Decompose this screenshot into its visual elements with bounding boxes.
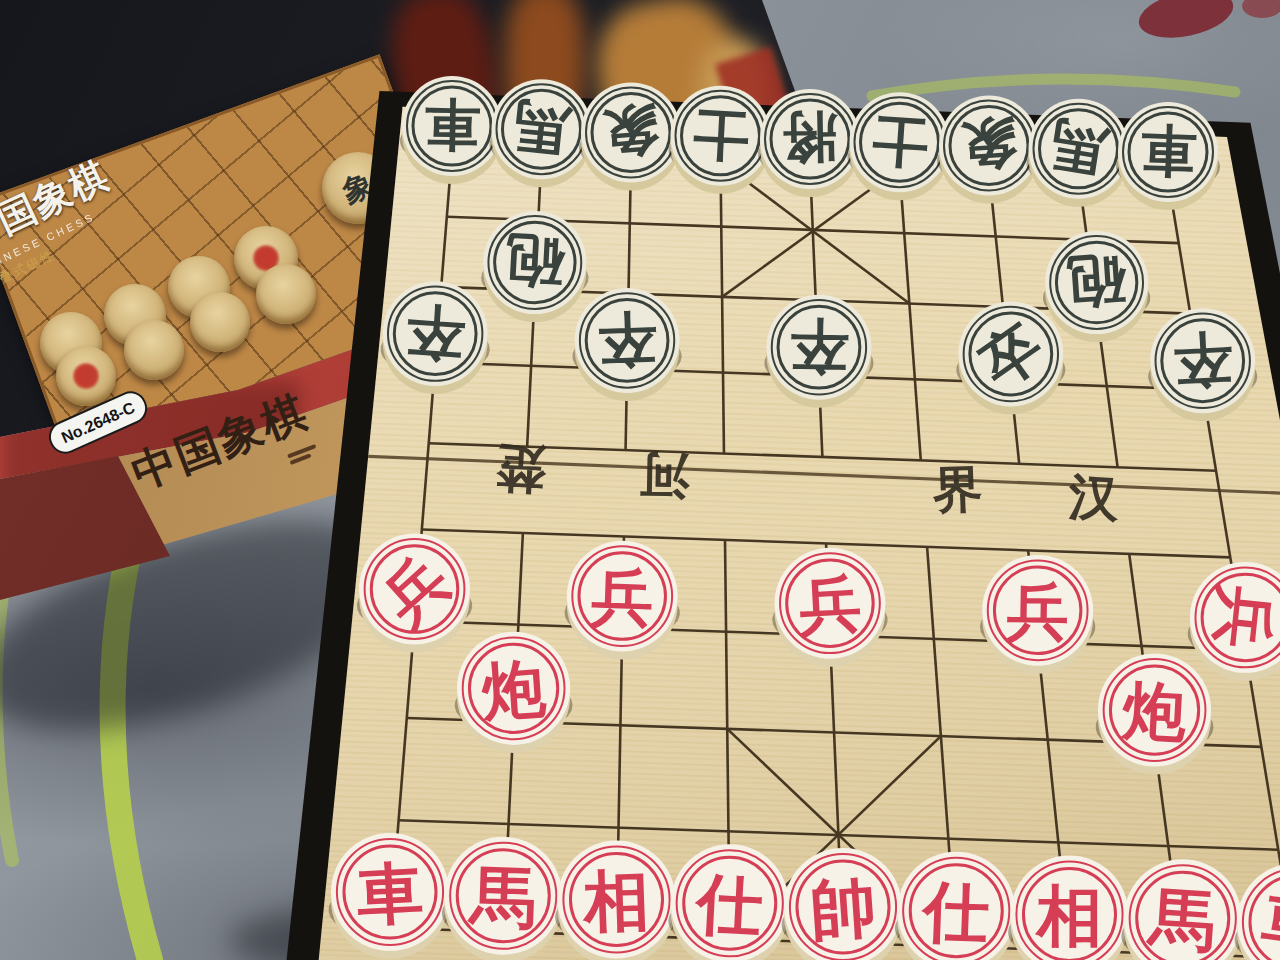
svg-text:卒: 卒 [1172,323,1235,395]
svg-text:仕: 仕 [692,864,765,946]
svg-text:卒: 卒 [596,304,658,375]
svg-text:士: 士 [869,107,930,177]
svg-text:炮: 炮 [478,651,549,729]
piece-black-advisor-d10[interactable]: 士 [669,86,773,194]
svg-text:仕: 仕 [919,872,991,952]
svg-text:炮: 炮 [1119,673,1189,750]
svg-text:砲: 砲 [1065,245,1130,317]
xiangqi-board: 楚河界汉車馬象士將士象馬車砲砲卒卒卒卒卒兵兵兵兵兵炮炮車馬相仕帥仕相馬車 [0,0,1280,960]
svg-text:兵: 兵 [1005,575,1069,649]
svg-text:帥: 帥 [807,867,878,949]
svg-text:車: 車 [355,853,425,934]
piece-black-soldier-c7[interactable]: 卒 [573,288,682,401]
svg-text:卒: 卒 [404,296,468,369]
piece-black-cannon-b8[interactable]: 砲 [481,211,588,322]
piece-red-soldier-a4[interactable]: 兵 [357,534,472,653]
svg-text:馬: 馬 [1144,878,1218,960]
piece-black-chariot-a10[interactable]: 車 [400,76,504,184]
river-text: 汉 [1066,467,1121,529]
svg-text:兵: 兵 [796,567,863,643]
svg-text:卒: 卒 [789,311,850,381]
piece-red-cannon-h3[interactable]: 炮 [1096,653,1214,774]
svg-text:象: 象 [600,96,663,167]
river-text: 楚 [495,439,549,501]
piece-black-soldier-g7[interactable]: 卒 [956,302,1065,415]
river-text: 界 [931,459,984,520]
svg-text:相: 相 [580,861,651,941]
piece-red-soldier-g4[interactable]: 兵 [980,555,1095,674]
piece-red-cannon-b3[interactable]: 炮 [455,632,573,753]
piece-red-chariot-a1[interactable]: 車 [329,833,452,959]
piece-black-elephant-g10[interactable]: 象 [937,96,1041,204]
svg-text:車: 車 [423,92,481,159]
svg-text:士: 士 [691,101,751,170]
piece-red-soldier-e4[interactable]: 兵 [772,548,887,667]
piece-black-chariot-i10[interactable]: 車 [1116,102,1220,210]
piece-black-soldier-a7[interactable]: 卒 [381,281,490,394]
photo-scene: 象 中国象棋 CHINESE CHESS 折叠式磁性 No.2648-C 中国象… [0,0,1280,960]
svg-text:兵: 兵 [589,560,655,635]
svg-text:砲: 砲 [504,226,567,297]
piece-black-soldier-e7[interactable]: 卒 [764,295,873,408]
svg-text:將: 將 [781,105,839,172]
svg-text:相: 相 [1034,877,1102,955]
piece-red-soldier-c4[interactable]: 兵 [565,541,680,660]
piece-black-horse-b10[interactable]: 馬 [490,79,594,187]
svg-text:車: 車 [1139,117,1198,185]
piece-black-general-e10[interactable]: 將 [758,89,862,197]
piece-black-advisor-f10[interactable]: 士 [848,92,952,200]
svg-text:馬: 馬 [510,93,575,165]
piece-black-cannon-h8[interactable]: 砲 [1043,231,1150,342]
board-wood-sheen [318,107,1280,960]
piece-black-soldier-i7[interactable]: 卒 [1148,308,1257,421]
svg-text:馬: 馬 [466,857,538,937]
svg-text:象: 象 [959,110,1020,180]
svg-text:馬: 馬 [1046,111,1114,185]
svg-text:兵: 兵 [1204,582,1280,652]
piece-black-elephant-c10[interactable]: 象 [579,83,683,191]
piece-black-horse-h10[interactable]: 馬 [1027,99,1131,207]
river-text: 河 [639,446,691,506]
